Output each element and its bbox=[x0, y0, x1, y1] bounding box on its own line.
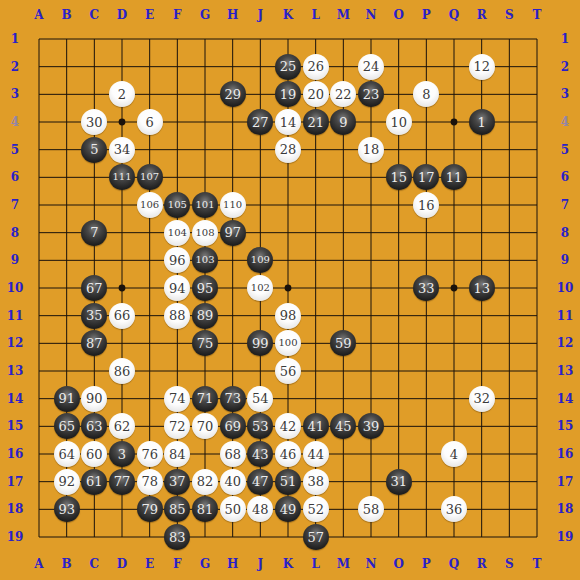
stone-H18[interactable]: 50 bbox=[220, 496, 246, 522]
col-label-bottom-K: K bbox=[283, 557, 293, 571]
row-label-right-2: 2 bbox=[561, 60, 569, 74]
stone-L4[interactable]: 21 bbox=[303, 109, 329, 135]
move-number: 90 bbox=[86, 392, 103, 405]
stone-C14[interactable]: 90 bbox=[81, 386, 107, 412]
move-number: 87 bbox=[86, 337, 103, 350]
stone-G14[interactable]: 71 bbox=[192, 386, 218, 412]
row-label-right-17: 17 bbox=[557, 475, 574, 489]
row-label-left-10: 10 bbox=[7, 281, 24, 295]
row-label-right-12: 12 bbox=[557, 336, 574, 350]
stone-G8[interactable]: 108 bbox=[192, 220, 218, 246]
col-label-top-O: O bbox=[393, 8, 403, 22]
move-number: 8 bbox=[422, 88, 430, 101]
move-number: 73 bbox=[224, 392, 241, 405]
stone-C11[interactable]: 35 bbox=[81, 303, 107, 329]
row-label-right-13: 13 bbox=[557, 364, 574, 378]
row-label-left-2: 2 bbox=[11, 60, 19, 74]
col-label-bottom-L: L bbox=[311, 557, 319, 571]
stone-J14[interactable]: 54 bbox=[247, 386, 273, 412]
move-number: 99 bbox=[252, 337, 269, 350]
move-number: 76 bbox=[141, 448, 158, 461]
move-number: 22 bbox=[335, 88, 352, 101]
col-label-top-B: B bbox=[62, 8, 72, 22]
move-number: 50 bbox=[224, 503, 241, 516]
stone-G7[interactable]: 101 bbox=[192, 192, 218, 218]
row-label-right-7: 7 bbox=[561, 198, 569, 212]
col-label-top-H: H bbox=[227, 8, 238, 22]
move-number: 38 bbox=[307, 475, 324, 488]
move-number: 78 bbox=[141, 475, 158, 488]
stone-D17[interactable]: 77 bbox=[109, 469, 135, 495]
stone-C17[interactable]: 61 bbox=[81, 469, 107, 495]
move-number: 106 bbox=[140, 200, 159, 210]
stone-L2[interactable]: 26 bbox=[303, 54, 329, 80]
col-label-top-N: N bbox=[366, 8, 377, 22]
move-number: 24 bbox=[363, 60, 380, 73]
row-label-left-3: 3 bbox=[11, 87, 19, 101]
move-number: 101 bbox=[195, 200, 214, 210]
stone-J17[interactable]: 47 bbox=[247, 469, 273, 495]
star-point-D4 bbox=[119, 119, 126, 126]
move-number: 41 bbox=[307, 420, 324, 433]
move-number: 48 bbox=[252, 503, 269, 516]
stone-L16[interactable]: 44 bbox=[303, 441, 329, 467]
move-number: 68 bbox=[224, 448, 241, 461]
col-label-top-C: C bbox=[90, 8, 100, 22]
stone-K13[interactable]: 56 bbox=[275, 358, 301, 384]
stone-F8[interactable]: 104 bbox=[164, 220, 190, 246]
move-number: 66 bbox=[114, 309, 131, 322]
stone-H8[interactable]: 97 bbox=[220, 220, 246, 246]
move-number: 9 bbox=[339, 116, 347, 129]
row-label-right-8: 8 bbox=[561, 226, 569, 240]
row-label-left-6: 6 bbox=[11, 170, 19, 184]
move-number: 14 bbox=[280, 116, 297, 129]
star-point-D10 bbox=[119, 285, 126, 292]
move-number: 3 bbox=[118, 448, 126, 461]
move-number: 45 bbox=[335, 420, 352, 433]
stone-H17[interactable]: 40 bbox=[220, 469, 246, 495]
row-label-right-1: 1 bbox=[561, 32, 569, 46]
move-number: 46 bbox=[280, 448, 297, 461]
move-number: 98 bbox=[280, 309, 297, 322]
stone-E17[interactable]: 78 bbox=[137, 469, 163, 495]
stone-K11[interactable]: 98 bbox=[275, 303, 301, 329]
col-label-bottom-Q: Q bbox=[449, 557, 459, 571]
move-number: 93 bbox=[58, 503, 75, 516]
col-label-bottom-T: T bbox=[533, 557, 542, 571]
col-label-bottom-B: B bbox=[62, 557, 72, 571]
stone-B17[interactable]: 92 bbox=[54, 469, 80, 495]
move-number: 71 bbox=[197, 392, 214, 405]
move-number: 63 bbox=[86, 420, 103, 433]
row-label-right-3: 3 bbox=[561, 87, 569, 101]
stone-H7[interactable]: 110 bbox=[220, 192, 246, 218]
col-label-bottom-H: H bbox=[227, 557, 238, 571]
stone-K16[interactable]: 46 bbox=[275, 441, 301, 467]
stone-L19[interactable]: 57 bbox=[303, 524, 329, 550]
row-label-right-11: 11 bbox=[557, 309, 574, 323]
col-label-bottom-D: D bbox=[117, 557, 127, 571]
stone-D5[interactable]: 34 bbox=[109, 137, 135, 163]
move-number: 42 bbox=[280, 420, 297, 433]
stone-O4[interactable]: 10 bbox=[386, 109, 412, 135]
move-number: 56 bbox=[280, 365, 297, 378]
stone-L17[interactable]: 38 bbox=[303, 469, 329, 495]
col-label-bottom-C: C bbox=[90, 557, 100, 571]
stone-R4[interactable]: 1 bbox=[469, 109, 495, 135]
stone-N2[interactable]: 24 bbox=[358, 54, 384, 80]
move-number: 111 bbox=[112, 172, 131, 182]
move-number: 91 bbox=[58, 392, 75, 405]
move-number: 103 bbox=[195, 255, 214, 265]
row-label-left-18: 18 bbox=[7, 502, 24, 516]
move-number: 69 bbox=[224, 420, 241, 433]
row-label-right-6: 6 bbox=[561, 170, 569, 184]
move-number: 5 bbox=[90, 143, 98, 156]
stone-L18[interactable]: 52 bbox=[303, 496, 329, 522]
move-number: 28 bbox=[280, 143, 297, 156]
move-number: 21 bbox=[307, 116, 324, 129]
move-number: 43 bbox=[252, 448, 269, 461]
stone-B15[interactable]: 65 bbox=[54, 413, 80, 439]
col-label-bottom-F: F bbox=[173, 557, 182, 571]
col-label-top-K: K bbox=[283, 8, 293, 22]
move-number: 35 bbox=[86, 309, 103, 322]
move-number: 30 bbox=[86, 116, 103, 129]
stone-D13[interactable]: 86 bbox=[109, 358, 135, 384]
stone-Q16[interactable]: 4 bbox=[441, 441, 467, 467]
col-label-top-D: D bbox=[117, 8, 127, 22]
move-number: 37 bbox=[169, 475, 186, 488]
move-number: 108 bbox=[195, 228, 214, 238]
move-number: 34 bbox=[114, 143, 131, 156]
move-number: 58 bbox=[363, 503, 380, 516]
move-number: 23 bbox=[363, 88, 380, 101]
stone-K17[interactable]: 51 bbox=[275, 469, 301, 495]
move-number: 51 bbox=[280, 475, 297, 488]
col-label-bottom-O: O bbox=[393, 557, 403, 571]
move-number: 97 bbox=[224, 226, 241, 239]
stone-H15[interactable]: 69 bbox=[220, 413, 246, 439]
move-number: 39 bbox=[363, 420, 380, 433]
stone-K4[interactable]: 14 bbox=[275, 109, 301, 135]
move-number: 61 bbox=[86, 475, 103, 488]
col-label-bottom-M: M bbox=[337, 557, 350, 571]
move-number: 88 bbox=[169, 309, 186, 322]
stone-E7[interactable]: 106 bbox=[137, 192, 163, 218]
col-label-top-M: M bbox=[337, 8, 350, 22]
stone-H3[interactable]: 29 bbox=[220, 81, 246, 107]
move-number: 15 bbox=[390, 171, 407, 184]
col-label-bottom-A: A bbox=[34, 557, 43, 571]
move-number: 11 bbox=[446, 171, 463, 184]
row-label-right-19: 19 bbox=[557, 530, 574, 544]
move-number: 84 bbox=[169, 448, 186, 461]
stone-F14[interactable]: 74 bbox=[164, 386, 190, 412]
move-number: 79 bbox=[141, 503, 158, 516]
stone-H14[interactable]: 73 bbox=[220, 386, 246, 412]
stone-G17[interactable]: 82 bbox=[192, 469, 218, 495]
stone-F11[interactable]: 88 bbox=[164, 303, 190, 329]
row-label-right-9: 9 bbox=[561, 253, 569, 267]
col-label-bottom-E: E bbox=[145, 557, 154, 571]
move-number: 32 bbox=[473, 392, 490, 405]
move-number: 54 bbox=[252, 392, 269, 405]
stone-H16[interactable]: 68 bbox=[220, 441, 246, 467]
row-label-left-12: 12 bbox=[7, 336, 24, 350]
move-number: 100 bbox=[278, 338, 297, 348]
move-number: 33 bbox=[418, 282, 435, 295]
stone-L15[interactable]: 41 bbox=[303, 413, 329, 439]
move-number: 83 bbox=[169, 531, 186, 544]
move-number: 47 bbox=[252, 475, 269, 488]
move-number: 18 bbox=[363, 143, 380, 156]
stone-R14[interactable]: 32 bbox=[469, 386, 495, 412]
move-number: 19 bbox=[280, 88, 297, 101]
move-number: 109 bbox=[251, 255, 270, 265]
stone-E4[interactable]: 6 bbox=[137, 109, 163, 135]
move-number: 59 bbox=[335, 337, 352, 350]
move-number: 16 bbox=[418, 199, 435, 212]
row-label-left-1: 1 bbox=[11, 32, 19, 46]
col-label-bottom-J: J bbox=[257, 557, 263, 571]
move-number: 52 bbox=[307, 503, 324, 516]
move-number: 20 bbox=[307, 88, 324, 101]
star-point-K10 bbox=[285, 285, 292, 292]
move-number: 96 bbox=[169, 254, 186, 267]
move-number: 94 bbox=[169, 282, 186, 295]
row-label-right-14: 14 bbox=[557, 392, 574, 406]
row-label-right-15: 15 bbox=[557, 419, 574, 433]
stone-K2[interactable]: 25 bbox=[275, 54, 301, 80]
stone-R10[interactable]: 13 bbox=[469, 275, 495, 301]
move-number: 25 bbox=[280, 60, 297, 73]
col-label-bottom-S: S bbox=[505, 557, 514, 571]
stone-C8[interactable]: 7 bbox=[81, 220, 107, 246]
col-label-top-L: L bbox=[311, 8, 319, 22]
move-number: 12 bbox=[473, 60, 490, 73]
stone-D16[interactable]: 3 bbox=[109, 441, 135, 467]
move-number: 7 bbox=[90, 226, 98, 239]
row-label-left-16: 16 bbox=[7, 447, 24, 461]
move-number: 31 bbox=[390, 475, 407, 488]
go-board-app: AABBCCDDEEFFGGHHJJKKLLMMNNOOPPQQRRSSTT11… bbox=[0, 0, 580, 580]
move-number: 2 bbox=[118, 88, 126, 101]
stone-R2[interactable]: 12 bbox=[469, 54, 495, 80]
move-number: 36 bbox=[446, 503, 463, 516]
move-number: 104 bbox=[168, 228, 187, 238]
star-point-Q10 bbox=[451, 285, 458, 292]
stone-B16[interactable]: 64 bbox=[54, 441, 80, 467]
move-number: 6 bbox=[146, 116, 154, 129]
move-number: 27 bbox=[252, 116, 269, 129]
col-label-top-Q: Q bbox=[449, 8, 459, 22]
move-number: 77 bbox=[114, 475, 131, 488]
stone-F17[interactable]: 37 bbox=[164, 469, 190, 495]
move-number: 105 bbox=[168, 200, 187, 210]
row-label-right-16: 16 bbox=[557, 447, 574, 461]
move-number: 110 bbox=[223, 200, 242, 210]
row-label-left-17: 17 bbox=[7, 475, 24, 489]
col-label-top-F: F bbox=[173, 8, 182, 22]
row-label-left-19: 19 bbox=[7, 530, 24, 544]
move-number: 86 bbox=[114, 365, 131, 378]
col-label-top-S: S bbox=[505, 8, 514, 22]
row-label-left-13: 13 bbox=[7, 364, 24, 378]
col-label-bottom-P: P bbox=[422, 557, 431, 571]
row-label-left-14: 14 bbox=[7, 392, 24, 406]
move-number: 40 bbox=[224, 475, 241, 488]
move-number: 92 bbox=[58, 475, 75, 488]
move-number: 89 bbox=[197, 309, 214, 322]
move-number: 4 bbox=[450, 448, 458, 461]
move-number: 95 bbox=[197, 282, 214, 295]
stone-E6[interactable]: 107 bbox=[137, 164, 163, 190]
move-number: 85 bbox=[169, 503, 186, 516]
move-number: 53 bbox=[252, 420, 269, 433]
move-number: 102 bbox=[251, 283, 270, 293]
star-point-Q4 bbox=[451, 119, 458, 126]
col-label-bottom-G: G bbox=[200, 557, 210, 571]
stone-G11[interactable]: 89 bbox=[192, 303, 218, 329]
stone-G10[interactable]: 95 bbox=[192, 275, 218, 301]
stone-N5[interactable]: 18 bbox=[358, 137, 384, 163]
move-number: 44 bbox=[307, 448, 324, 461]
row-label-right-10: 10 bbox=[557, 281, 574, 295]
move-number: 72 bbox=[169, 420, 186, 433]
move-number: 81 bbox=[197, 503, 214, 516]
move-number: 60 bbox=[86, 448, 103, 461]
col-label-top-E: E bbox=[145, 8, 154, 22]
row-label-right-18: 18 bbox=[557, 502, 574, 516]
stone-K5[interactable]: 28 bbox=[275, 137, 301, 163]
move-number: 49 bbox=[280, 503, 297, 516]
move-number: 107 bbox=[140, 172, 159, 182]
move-number: 64 bbox=[58, 448, 75, 461]
col-label-bottom-N: N bbox=[366, 557, 377, 571]
row-label-left-4: 4 bbox=[11, 115, 19, 129]
move-number: 75 bbox=[197, 337, 214, 350]
row-label-left-11: 11 bbox=[7, 309, 24, 323]
move-number: 74 bbox=[169, 392, 186, 405]
move-number: 65 bbox=[58, 420, 75, 433]
move-number: 1 bbox=[478, 116, 486, 129]
row-label-left-7: 7 bbox=[11, 198, 19, 212]
stone-L3[interactable]: 20 bbox=[303, 81, 329, 107]
col-label-top-P: P bbox=[422, 8, 431, 22]
move-number: 57 bbox=[307, 531, 324, 544]
row-label-left-15: 15 bbox=[7, 419, 24, 433]
row-label-right-4: 4 bbox=[561, 115, 569, 129]
stone-E16[interactable]: 76 bbox=[137, 441, 163, 467]
move-number: 29 bbox=[224, 88, 241, 101]
move-number: 82 bbox=[197, 475, 214, 488]
move-number: 26 bbox=[307, 60, 324, 73]
move-number: 13 bbox=[473, 282, 490, 295]
move-number: 70 bbox=[197, 420, 214, 433]
stone-O6[interactable]: 15 bbox=[386, 164, 412, 190]
col-label-top-A: A bbox=[34, 8, 43, 22]
move-number: 10 bbox=[390, 116, 407, 129]
move-number: 62 bbox=[114, 420, 131, 433]
stone-C5[interactable]: 5 bbox=[81, 137, 107, 163]
stone-B14[interactable]: 91 bbox=[54, 386, 80, 412]
row-label-left-8: 8 bbox=[11, 226, 19, 240]
col-label-top-J: J bbox=[257, 8, 263, 22]
move-number: 17 bbox=[418, 171, 435, 184]
col-label-top-T: T bbox=[533, 8, 542, 22]
col-label-top-G: G bbox=[200, 8, 210, 22]
stone-B18[interactable]: 93 bbox=[54, 496, 80, 522]
stone-E18[interactable]: 79 bbox=[137, 496, 163, 522]
row-label-left-9: 9 bbox=[11, 253, 19, 267]
row-label-left-5: 5 bbox=[11, 143, 19, 157]
move-number: 67 bbox=[86, 282, 103, 295]
stone-D11[interactable]: 66 bbox=[109, 303, 135, 329]
stone-O17[interactable]: 31 bbox=[386, 469, 412, 495]
row-label-right-5: 5 bbox=[561, 143, 569, 157]
col-label-bottom-R: R bbox=[477, 557, 487, 571]
col-label-top-R: R bbox=[477, 8, 487, 22]
